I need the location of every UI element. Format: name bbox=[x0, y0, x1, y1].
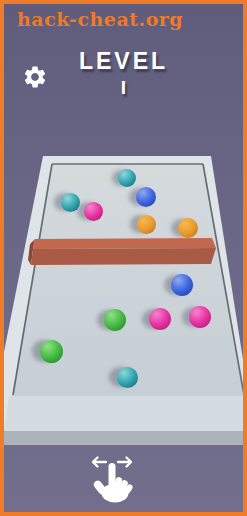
level-number: I bbox=[4, 77, 243, 99]
level-title: LEVEL I bbox=[4, 48, 243, 99]
push-bar-front bbox=[31, 248, 216, 265]
push-bar-top bbox=[33, 238, 216, 249]
level-label: LEVEL bbox=[4, 48, 243, 75]
site-banner: hack-cheat.org bbox=[17, 8, 183, 30]
swipe-horizontal-hand-icon bbox=[84, 450, 140, 506]
hand-shape bbox=[92, 463, 133, 503]
game-screen: hack-cheat.org LEVEL I bbox=[0, 0, 247, 516]
